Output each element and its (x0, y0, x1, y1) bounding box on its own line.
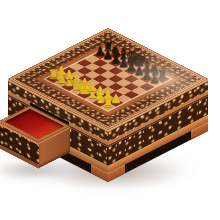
square-h1[interactable]: ♜ (100, 103, 116, 111)
piece-white-rook[interactable]: ♜ (102, 96, 114, 109)
piece-black-pawn[interactable]: ♟ (149, 73, 160, 85)
product-photo-scene: ♜♞♝♛♚♝♞♜♟♟♟♟♟♟♟♟♟♟♟♟♟♟♟♟♜♞♝♛♚♝♞♜ (0, 0, 220, 220)
